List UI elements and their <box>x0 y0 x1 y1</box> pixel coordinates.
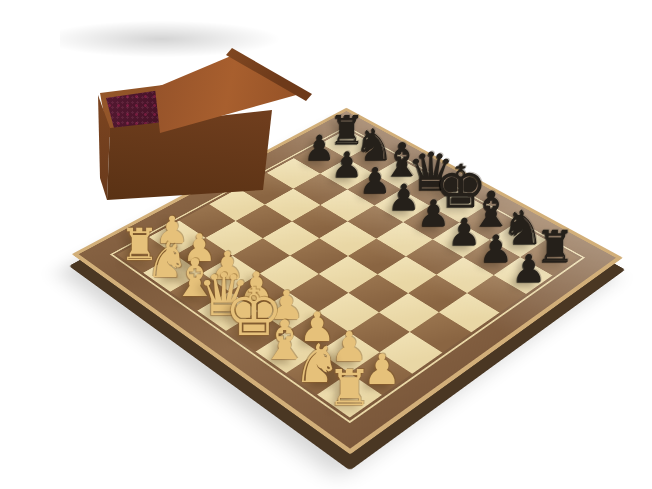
pieces-layer: ♜♟♞♟♝♟♛♟♚♟♝♟♟♞♜♟♟♜♞♟♟♝♟♛♟♚♟♝♟♞♟♜ <box>0 0 652 489</box>
black-pawn-h7[interactable]: ♟ <box>512 249 547 288</box>
black-pawn-e7[interactable]: ♟ <box>417 196 450 233</box>
black-pawn-g7[interactable]: ♟ <box>479 231 513 269</box>
black-pawn-d7[interactable]: ♟ <box>388 179 421 215</box>
white-rook-h1[interactable]: ♜ <box>327 364 371 413</box>
black-pawn-c7[interactable]: ♟ <box>359 163 391 199</box>
scene: Wooden Staunton chess set arranged in th… <box>0 0 652 489</box>
black-pawn-f7[interactable]: ♟ <box>448 213 482 250</box>
